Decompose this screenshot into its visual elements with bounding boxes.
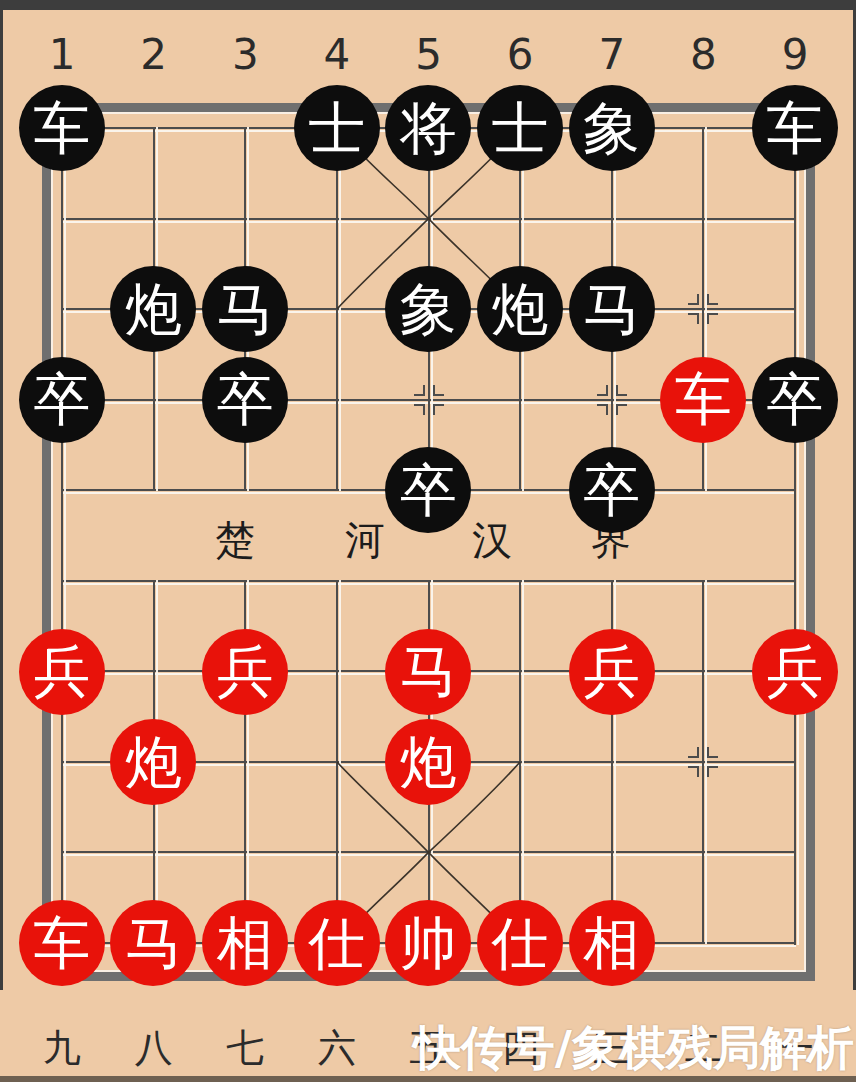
board-point-f3-r6[interactable] xyxy=(199,536,291,627)
board-point-f4-r3[interactable] xyxy=(291,264,383,355)
board-point-f8-r9[interactable] xyxy=(657,807,749,898)
xiangqi-board: 车士将士象车炮马象炮马卒卒车卒卒卒兵兵马兵兵炮炮车马相仕帅仕相 xyxy=(16,83,841,988)
board-point-f5-r3[interactable]: 象 xyxy=(383,264,475,355)
board-point-f6-r1[interactable]: 士 xyxy=(474,83,566,174)
board-point-f6-r9[interactable] xyxy=(474,807,566,898)
board-point-f7-r8[interactable] xyxy=(566,717,658,808)
board-point-f8-r4[interactable]: 车 xyxy=(657,355,749,446)
board-point-f9-r3[interactable] xyxy=(749,264,841,355)
piece-red-elephant[interactable]: 相 xyxy=(569,900,655,986)
piece-black-soldier[interactable]: 卒 xyxy=(19,357,105,443)
file-label-bottom-4: 六 xyxy=(307,1022,367,1074)
board-point-f2-r7[interactable] xyxy=(108,626,200,717)
file-label-top-6: 6 xyxy=(490,29,550,81)
file-label-top-2: 2 xyxy=(124,29,184,81)
file-label-top-7: 7 xyxy=(582,29,642,81)
file-label-top-3: 3 xyxy=(215,29,275,81)
piece-red-chariot[interactable]: 车 xyxy=(660,357,746,443)
board-point-f2-r4[interactable] xyxy=(108,355,200,446)
piece-black-cannon[interactable]: 炮 xyxy=(477,266,563,352)
board-point-f1-r5[interactable] xyxy=(16,445,108,536)
board-point-f7-r7[interactable]: 兵 xyxy=(566,626,658,717)
piece-red-advisor[interactable]: 仕 xyxy=(477,900,563,986)
board-point-f7-r3[interactable]: 马 xyxy=(566,264,658,355)
file-label-bottom-1: 九 xyxy=(32,1022,92,1074)
board-point-f9-r8[interactable] xyxy=(749,717,841,808)
piece-black-cannon[interactable]: 炮 xyxy=(110,266,196,352)
board-point-f5-r9[interactable] xyxy=(383,807,475,898)
board-point-f6-r7[interactable] xyxy=(474,626,566,717)
board-point-f8-r8[interactable] xyxy=(657,717,749,808)
board-point-f1-r7[interactable]: 兵 xyxy=(16,626,108,717)
board-point-f6-r3[interactable]: 炮 xyxy=(474,264,566,355)
board-point-f1-r2[interactable] xyxy=(16,174,108,265)
piece-black-chariot[interactable]: 车 xyxy=(752,85,838,171)
board-point-f1-r1[interactable]: 车 xyxy=(16,83,108,174)
board-point-f6-r5[interactable] xyxy=(474,445,566,536)
board-point-f5-r4[interactable] xyxy=(383,355,475,446)
board-point-f8-r6[interactable] xyxy=(657,536,749,627)
board-point-f3-r3[interactable]: 马 xyxy=(199,264,291,355)
board-point-f2-r9[interactable] xyxy=(108,807,200,898)
board-point-f1-r9[interactable] xyxy=(16,807,108,898)
board-point-f5-r8[interactable]: 炮 xyxy=(383,717,475,808)
board-point-f4-r4[interactable] xyxy=(291,355,383,446)
board-point-f5-r10[interactable]: 帅 xyxy=(383,898,475,989)
board-point-f4-r10[interactable]: 仕 xyxy=(291,898,383,989)
piece-black-soldier[interactable]: 卒 xyxy=(385,447,471,533)
board-point-f2-r10[interactable]: 马 xyxy=(108,898,200,989)
board-point-f4-r1[interactable]: 士 xyxy=(291,83,383,174)
board-point-f1-r10[interactable]: 车 xyxy=(16,898,108,989)
board-point-f5-r6[interactable] xyxy=(383,536,475,627)
board-point-f9-r6[interactable] xyxy=(749,536,841,627)
board-point-f3-r7[interactable]: 兵 xyxy=(199,626,291,717)
board-point-f3-r2[interactable] xyxy=(199,174,291,265)
piece-red-cannon[interactable]: 炮 xyxy=(385,719,471,805)
board-point-f9-r7[interactable]: 兵 xyxy=(749,626,841,717)
piece-red-general[interactable]: 帅 xyxy=(385,900,471,986)
piece-red-cannon[interactable]: 炮 xyxy=(110,719,196,805)
board-point-f5-r1[interactable]: 将 xyxy=(383,83,475,174)
board-point-f6-r8[interactable] xyxy=(474,717,566,808)
board-point-f2-r3[interactable]: 炮 xyxy=(108,264,200,355)
board-point-f8-r2[interactable] xyxy=(657,174,749,265)
file-label-top-8: 8 xyxy=(673,29,733,81)
board-point-f2-r8[interactable]: 炮 xyxy=(108,717,200,808)
piece-black-elephant[interactable]: 象 xyxy=(385,266,471,352)
board-point-f6-r6[interactable] xyxy=(474,536,566,627)
board-point-f9-r5[interactable] xyxy=(749,445,841,536)
board-point-f4-r5[interactable] xyxy=(291,445,383,536)
board-point-f5-r7[interactable]: 马 xyxy=(383,626,475,717)
board-point-f7-r2[interactable] xyxy=(566,174,658,265)
board-point-f9-r10[interactable] xyxy=(749,898,841,989)
board-point-f2-r6[interactable] xyxy=(108,536,200,627)
board-point-f7-r10[interactable]: 相 xyxy=(566,898,658,989)
piece-black-elephant[interactable]: 象 xyxy=(569,85,655,171)
piece-red-soldier[interactable]: 兵 xyxy=(569,629,655,715)
board-point-f3-r4[interactable]: 卒 xyxy=(199,355,291,446)
piece-red-horse[interactable]: 马 xyxy=(110,900,196,986)
board-point-f4-r6[interactable] xyxy=(291,536,383,627)
file-label-bottom-2: 八 xyxy=(124,1022,184,1074)
board-point-f7-r5[interactable]: 卒 xyxy=(566,445,658,536)
board-point-f8-r7[interactable] xyxy=(657,626,749,717)
board-point-f4-r8[interactable] xyxy=(291,717,383,808)
board-point-f5-r5[interactable]: 卒 xyxy=(383,445,475,536)
piece-black-general[interactable]: 将 xyxy=(385,85,471,171)
board-point-f8-r5[interactable] xyxy=(657,445,749,536)
board-point-f8-r1[interactable] xyxy=(657,83,749,174)
board-point-f7-r9[interactable] xyxy=(566,807,658,898)
piece-red-advisor[interactable]: 仕 xyxy=(294,900,380,986)
board-point-f7-r1[interactable]: 象 xyxy=(566,83,658,174)
board-point-f9-r2[interactable] xyxy=(749,174,841,265)
board-point-f4-r2[interactable] xyxy=(291,174,383,265)
board-point-f9-r1[interactable]: 车 xyxy=(749,83,841,174)
piece-red-soldier[interactable]: 兵 xyxy=(19,629,105,715)
board-point-f7-r4[interactable] xyxy=(566,355,658,446)
xiangqi-screenshot: { "game": "Xiangqi (Chinese Chess)", "po… xyxy=(0,0,856,1082)
piece-black-soldier[interactable]: 卒 xyxy=(202,357,288,443)
board-point-f8-r10[interactable] xyxy=(657,898,749,989)
file-label-top-1: 1 xyxy=(32,29,92,81)
piece-red-horse[interactable]: 马 xyxy=(385,629,471,715)
file-label-top-9: 9 xyxy=(765,29,825,81)
watermark-text: 快传号/象棋残局解析 xyxy=(414,1022,854,1074)
image-border-left xyxy=(0,0,3,990)
board-point-f1-r8[interactable] xyxy=(16,717,108,808)
piece-red-elephant[interactable]: 相 xyxy=(202,900,288,986)
board-point-f9-r9[interactable] xyxy=(749,807,841,898)
board-point-f5-r2[interactable] xyxy=(383,174,475,265)
board-point-f6-r2[interactable] xyxy=(474,174,566,265)
board-point-f2-r1[interactable] xyxy=(108,83,200,174)
board-point-f4-r9[interactable] xyxy=(291,807,383,898)
board-point-f3-r10[interactable]: 相 xyxy=(199,898,291,989)
piece-red-chariot[interactable]: 车 xyxy=(19,900,105,986)
board-point-f3-r9[interactable] xyxy=(199,807,291,898)
piece-black-soldier[interactable]: 卒 xyxy=(752,357,838,443)
piece-black-advisor[interactable]: 士 xyxy=(477,85,563,171)
board-point-f1-r3[interactable] xyxy=(16,264,108,355)
piece-black-chariot[interactable]: 车 xyxy=(19,85,105,171)
file-label-bottom-3: 七 xyxy=(215,1022,275,1074)
piece-black-horse[interactable]: 马 xyxy=(202,266,288,352)
board-point-f8-r3[interactable] xyxy=(657,264,749,355)
board-point-f3-r8[interactable] xyxy=(199,717,291,808)
board-point-f9-r4[interactable]: 卒 xyxy=(749,355,841,446)
board-point-f7-r6[interactable] xyxy=(566,536,658,627)
file-label-top-4: 4 xyxy=(307,29,367,81)
board-point-f3-r1[interactable] xyxy=(199,83,291,174)
piece-red-soldier[interactable]: 兵 xyxy=(752,629,838,715)
board-point-f4-r7[interactable] xyxy=(291,626,383,717)
piece-red-soldier[interactable]: 兵 xyxy=(202,629,288,715)
board-point-f6-r4[interactable] xyxy=(474,355,566,446)
image-border-bottom xyxy=(0,1076,856,1082)
image-border-top xyxy=(0,0,856,10)
board-point-f1-r6[interactable] xyxy=(16,536,108,627)
board-point-f1-r4[interactable]: 卒 xyxy=(16,355,108,446)
piece-black-advisor[interactable]: 士 xyxy=(294,85,380,171)
file-label-top-5: 5 xyxy=(399,29,459,81)
board-point-f2-r2[interactable] xyxy=(108,174,200,265)
piece-black-soldier[interactable]: 卒 xyxy=(569,447,655,533)
board-point-f6-r10[interactable]: 仕 xyxy=(474,898,566,989)
board-point-f2-r5[interactable] xyxy=(108,445,200,536)
piece-black-horse[interactable]: 马 xyxy=(569,266,655,352)
board-point-f3-r5[interactable] xyxy=(199,445,291,536)
